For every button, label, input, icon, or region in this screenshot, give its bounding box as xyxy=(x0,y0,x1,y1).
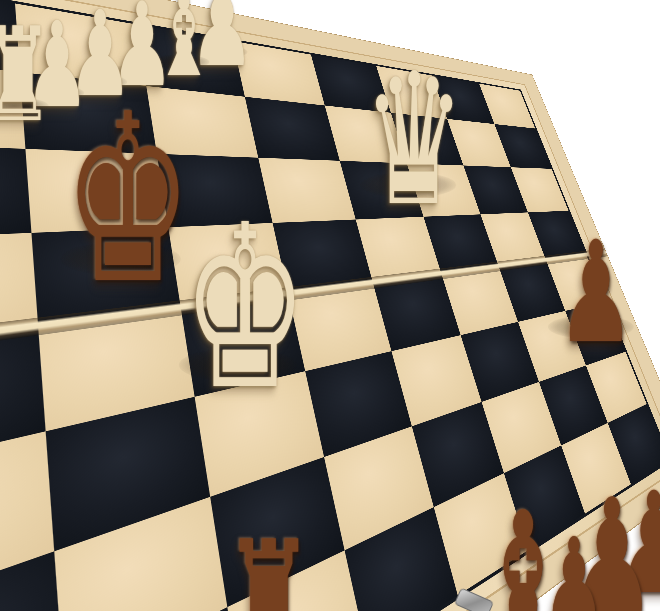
cream-queen-f4[interactable]: ♛ xyxy=(332,49,495,231)
rook-glyph: ♜ xyxy=(222,519,315,611)
brown-bishop[interactable]: ♝ xyxy=(433,486,612,611)
bishop-glyph: ♝ xyxy=(467,486,578,611)
pawn-glyph: ♟ xyxy=(557,223,635,363)
photo-stage: ♚♚♛♟♜♜♟♟♟♝♟♝♟♟♟ xyxy=(0,0,660,611)
brown-rook-f8[interactable]: ♜ xyxy=(194,519,345,611)
king-glyph: ♚ xyxy=(182,195,308,421)
brown-pawn[interactable]: ♟ xyxy=(533,223,659,363)
cream-king-e7[interactable]: ♚ xyxy=(144,195,347,421)
queen-glyph: ♛ xyxy=(363,49,464,231)
